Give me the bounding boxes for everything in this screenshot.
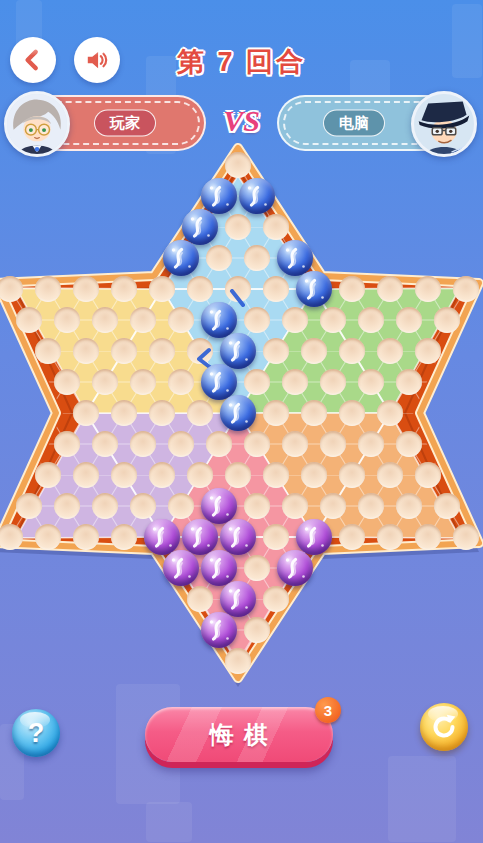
restart-icon [430,713,458,741]
undo-count-badge: 3 [315,697,341,723]
undo-label: 悔棋 [200,719,278,751]
chinese-checkers-game-screen: 第 7 回合 玩家 VS 电脑 [0,0,483,843]
restart-button[interactable] [420,703,468,751]
help-question-label: ? [28,718,45,749]
help-button[interactable]: ? [12,709,60,757]
undo-button[interactable]: 悔棋 3 [145,707,333,762]
board-lattice [7,159,469,667]
